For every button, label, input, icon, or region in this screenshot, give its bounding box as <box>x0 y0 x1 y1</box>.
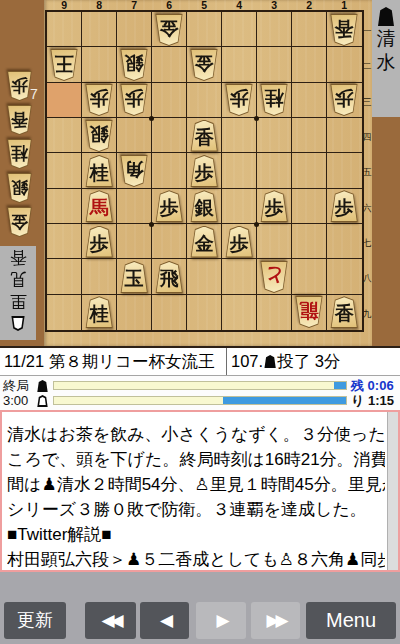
commentary-line: 清水はお茶を飲み、小さくうなずく。３分使ったと <box>7 422 385 447</box>
shogi-piece: 王 <box>49 49 79 81</box>
player-name-char: 清 <box>377 28 396 50</box>
black-pawn-icon <box>378 7 395 26</box>
square-3-2 <box>257 47 292 82</box>
square-4-5 <box>222 153 257 188</box>
shogi-piece: 馬 <box>84 190 114 222</box>
square-8-8 <box>82 259 117 294</box>
shogi-piece: 香 <box>189 120 219 152</box>
square-1-2 <box>327 47 362 82</box>
time-bar <box>53 381 347 390</box>
step-back-button[interactable]: ◀ <box>140 602 189 639</box>
square-4-2 <box>222 47 257 82</box>
shogi-piece: 歩 <box>119 84 149 116</box>
square-4-4 <box>222 118 257 153</box>
shogi-piece: 金 <box>154 14 184 46</box>
square-6-5 <box>152 153 187 188</box>
shogi-piece: 桂 <box>84 155 114 187</box>
shogi-piece: と <box>259 261 289 293</box>
square-5-1 <box>187 12 222 47</box>
square-2-1 <box>292 12 327 47</box>
star-point <box>254 116 259 121</box>
piece-glyph: 歩 <box>224 226 254 258</box>
info-divider <box>226 348 227 375</box>
square-4-1 <box>222 12 257 47</box>
shogi-piece: 歩 <box>84 226 114 258</box>
square-3-1 <box>257 12 292 47</box>
square-2-7 <box>292 224 327 259</box>
piece-glyph: 香 <box>329 296 359 328</box>
time-bar-remaining <box>223 397 346 404</box>
square-9-1 <box>47 12 82 47</box>
square-6-4 <box>152 118 187 153</box>
piece-glyph: 歩 <box>6 71 33 101</box>
square-9-8 <box>47 259 82 294</box>
square-2-5 <box>292 153 327 188</box>
piece-glyph: と <box>259 261 289 293</box>
shogi-piece: 歩 <box>329 190 359 222</box>
square-4-8 <box>222 259 257 294</box>
square-6-7 <box>152 224 187 259</box>
square-3-4 <box>257 118 292 153</box>
arrow-glyphs: ◀ <box>160 611 169 630</box>
piece-glyph: 歩 <box>84 226 114 258</box>
piece-glyph: 金 <box>189 49 219 81</box>
square-7-4 <box>117 118 152 153</box>
commentary-line: 村田顕弘六段＞♟５二香成としても♙８六角♟同歩 <box>7 547 385 572</box>
time-bar-remaining <box>334 382 346 389</box>
piece-glyph: 香 <box>329 14 359 46</box>
shogi-piece: 飛 <box>154 261 184 293</box>
piece-glyph: 歩 <box>259 190 289 222</box>
piece-glyph: 歩 <box>119 84 149 116</box>
arrow-glyphs: ▶▶ <box>266 611 284 630</box>
remaining-time: り 1:15 <box>351 393 394 408</box>
pawn-in-hand-count: 7 <box>30 86 38 102</box>
shogi-piece: 歩 <box>154 190 184 222</box>
square-9-7 <box>47 224 82 259</box>
commentary-scrollbar[interactable] <box>387 412 398 570</box>
shogi-piece: 香 <box>329 296 359 328</box>
player-name-char-rotated: 香 <box>10 246 27 268</box>
player-name-char: 水 <box>377 52 396 74</box>
shogi-piece: 桂 <box>6 139 33 169</box>
commentary-line: シリーズ３勝０敗で防衛。３連覇を達成した。 <box>7 497 385 522</box>
square-4-9 <box>222 295 257 330</box>
piece-glyph: 桂 <box>259 84 289 116</box>
square-9-3 <box>47 83 82 118</box>
square-8-2 <box>82 47 117 82</box>
piece-glyph: 香 <box>189 120 219 152</box>
shogi-piece: 龍 <box>294 296 324 328</box>
piece-glyph: 歩 <box>329 190 359 222</box>
star-point <box>149 222 154 227</box>
square-5-9 <box>187 295 222 330</box>
piece-glyph: 銀 <box>84 120 114 152</box>
square-5-8 <box>187 259 222 294</box>
square-1-4 <box>327 118 362 153</box>
star-point <box>149 116 154 121</box>
menu-button[interactable]: Menu <box>306 602 396 639</box>
black-pawn-icon <box>37 380 48 392</box>
piece-glyph: 桂 <box>6 139 33 169</box>
shogi-piece: 歩 <box>6 71 33 101</box>
piece-glyph: 歩 <box>189 155 219 187</box>
piece-glyph: 歩 <box>154 190 184 222</box>
square-2-2 <box>292 47 327 82</box>
square-3-7 <box>257 224 292 259</box>
clock-row-bottom-player: 3:00 り 1:15 <box>0 393 400 408</box>
board-panel: 987654321 一二三四五六七八九 金香王銀金歩歩歩桂歩銀香桂角歩馬歩銀歩歩… <box>44 0 372 346</box>
shogi-piece: 玉 <box>119 261 149 293</box>
piece-glyph: 角 <box>119 155 149 187</box>
piece-glyph: 香 <box>6 105 33 135</box>
clock-label: 3:00 <box>3 393 28 408</box>
top-player-label: 清水 <box>372 0 400 117</box>
fast-forward-button[interactable]: ▶▶ <box>251 602 300 639</box>
shogi-piece: 歩 <box>189 155 219 187</box>
commentary-line: 間は♟清水２時間54分、♙里見１時間45分。里見が <box>7 472 385 497</box>
square-4-6 <box>222 189 257 224</box>
app-screen: 987654321 一二三四五六七八九 金香王銀金歩歩歩桂歩銀香桂角歩馬歩銀歩歩… <box>0 0 400 644</box>
shogi-piece: 香 <box>329 14 359 46</box>
square-2-6 <box>292 189 327 224</box>
square-2-4 <box>292 118 327 153</box>
player-name-char-rotated: 見 <box>10 268 27 290</box>
fast-rewind-button[interactable]: ◀◀ <box>85 602 136 639</box>
piece-glyph: 桂 <box>84 155 114 187</box>
black-pawn-icon <box>264 355 276 368</box>
square-9-4 <box>47 118 82 153</box>
square-7-7 <box>117 224 152 259</box>
shogi-piece: 歩 <box>84 84 114 116</box>
square-9-9 <box>47 295 82 330</box>
square-6-3 <box>152 83 187 118</box>
piece-glyph: 銀 <box>6 173 33 203</box>
shogi-piece: 角 <box>119 155 149 187</box>
bottom-player-label-rotated: 香見里 <box>0 246 36 340</box>
shogi-piece: 香 <box>6 105 33 135</box>
shogi-piece: 歩 <box>224 84 254 116</box>
bottom-toolbar: 更新◀◀◀▶▶▶Menu <box>0 572 400 644</box>
shogi-piece: 銀 <box>119 49 149 81</box>
square-6-9 <box>152 295 187 330</box>
shogi-piece: 銀 <box>84 120 114 152</box>
commentary-box[interactable]: 清水はお茶を飲み、小さくうなずく。３分使ったところで、頭を下げた。終局時刻は16… <box>0 410 400 572</box>
commentary-line: ころで、頭を下げた。終局時刻は16時21分。消費時 <box>7 447 385 472</box>
square-9-5 <box>47 153 82 188</box>
piece-glyph: 龍 <box>294 296 324 328</box>
square-5-3 <box>187 83 222 118</box>
square-2-3 <box>292 83 327 118</box>
square-1-5 <box>327 153 362 188</box>
square-1-8 <box>327 259 362 294</box>
clock-row-top-player: 終局 残 0:06 <box>0 378 400 393</box>
board-section: 987654321 一二三四五六七八九 金香王銀金歩歩歩桂歩銀香桂角歩馬歩銀歩歩… <box>0 0 400 348</box>
remaining-time: 残 0:06 <box>351 378 394 393</box>
last-move-text: 107.投了 3分 <box>231 348 340 375</box>
player-name-char-rotated: 里 <box>10 290 27 312</box>
shogi-piece: 銀 <box>189 190 219 222</box>
square-3-5 <box>257 153 292 188</box>
square-7-9 <box>117 295 152 330</box>
move-label: 投了 3分 <box>277 352 340 370</box>
shogi-piece: 銀 <box>6 173 33 203</box>
shogi-piece: 桂 <box>84 296 114 328</box>
piece-glyph: 桂 <box>84 296 114 328</box>
piece-glyph: 銀 <box>189 190 219 222</box>
piece-glyph: 金 <box>6 207 33 237</box>
shogi-piece: 金 <box>189 226 219 258</box>
square-6-2 <box>152 47 187 82</box>
white-pawn-icon <box>37 395 48 407</box>
piece-glyph: 王 <box>49 49 79 81</box>
refresh-button[interactable]: 更新 <box>4 602 66 639</box>
arrow-glyphs: ◀◀ <box>101 611 119 630</box>
shogi-piece: 桂 <box>259 84 289 116</box>
shogi-piece: 金 <box>6 207 33 237</box>
square-3-9 <box>257 295 292 330</box>
square-7-6 <box>117 189 152 224</box>
step-forward-button[interactable]: ▶ <box>196 602 246 639</box>
shogi-piece: 歩 <box>329 84 359 116</box>
commentary-text: 清水はお茶を飲み、小さくうなずく。３分使ったところで、頭を下げた。終局時刻は16… <box>7 422 385 572</box>
shogi-piece: 歩 <box>224 226 254 258</box>
time-bar <box>53 396 347 405</box>
square-1-7 <box>327 224 362 259</box>
commentary-line: ■Twitter解説■ <box>7 522 385 547</box>
piece-glyph: 玉 <box>119 261 149 293</box>
piece-glyph: 歩 <box>329 84 359 116</box>
pawn-icon-inner <box>13 318 23 329</box>
star-point <box>254 222 259 227</box>
piece-glyph: 銀 <box>119 49 149 81</box>
info-bar: 11/21 第８期リコー杯女流王 107.投了 3分 <box>0 348 400 376</box>
piece-glyph: 歩 <box>224 84 254 116</box>
piece-glyph: 馬 <box>84 190 114 222</box>
move-number: 107. <box>231 352 263 370</box>
clock-label: 終局 <box>3 378 29 393</box>
shogi-piece: 歩 <box>259 190 289 222</box>
pawn-icon-inner <box>39 397 46 405</box>
square-2-8 <box>292 259 327 294</box>
square-9-6 <box>47 189 82 224</box>
event-title: 11/21 第８期リコー杯女流王 <box>4 348 223 375</box>
piece-glyph: 金 <box>154 14 184 46</box>
square-8-1 <box>82 12 117 47</box>
clock-panel: 終局 残 0:06 3:00 り 1:15 <box>0 376 400 410</box>
square-7-1 <box>117 12 152 47</box>
piece-glyph: 歩 <box>84 84 114 116</box>
piece-glyph: 金 <box>189 226 219 258</box>
piece-glyph: 飛 <box>154 261 184 293</box>
shogi-piece: 金 <box>189 49 219 81</box>
arrow-glyphs: ▶ <box>216 611 225 630</box>
white-pawn-icon <box>11 316 25 331</box>
